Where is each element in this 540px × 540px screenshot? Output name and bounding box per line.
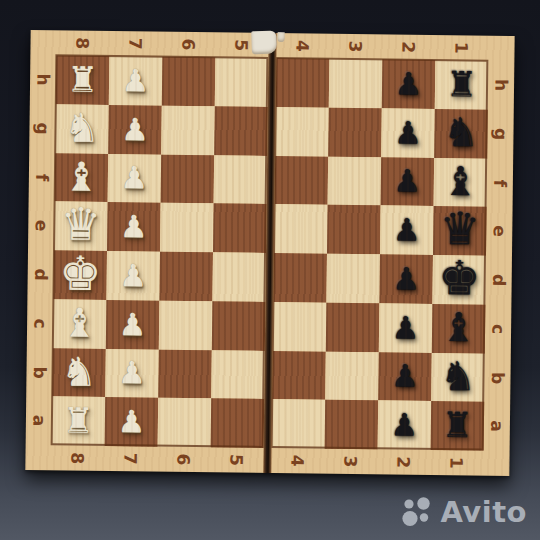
square-e4 — [274, 204, 328, 253]
file-label-right-h: h — [477, 72, 526, 99]
square-b4 — [272, 351, 326, 400]
file-label-left-a: a — [14, 408, 63, 435]
listing-photo: 8877665544332211hhggffeeddccbbaa♜♟♟♜♞♟♟♞… — [0, 0, 540, 540]
paint-chip — [251, 30, 277, 54]
avito-dots-logo — [402, 497, 433, 528]
chess-board: 8877665544332211hhggffeeddccbbaa♜♟♟♜♞♟♟♞… — [25, 30, 514, 476]
rank-label-bottom-8: 8 — [65, 432, 91, 485]
square-b5 — [211, 350, 265, 399]
square-d2: ♟ — [379, 254, 433, 303]
square-b3 — [325, 351, 379, 400]
file-label-left-h: h — [19, 66, 68, 93]
rank-label-bottom-7: 7 — [118, 432, 144, 485]
square-b6 — [158, 349, 212, 398]
white-pawn: ♟ — [105, 349, 159, 398]
square-c7: ♟ — [106, 300, 160, 349]
file-label-right-e: e — [475, 218, 524, 245]
rank-label-top-3: 3 — [343, 20, 369, 73]
rank-label-top-1: 1 — [449, 21, 475, 74]
square-f2: ♟ — [381, 157, 435, 206]
square-e7: ♟ — [107, 202, 161, 251]
black-pawn: ♟ — [380, 206, 434, 255]
rank-label-top-4: 4 — [290, 19, 316, 72]
square-c4 — [273, 302, 327, 351]
file-label-right-b: b — [473, 364, 522, 391]
file-label-left-c: c — [16, 310, 65, 337]
rank-label-bottom-4: 4 — [285, 434, 311, 487]
square-f3 — [328, 156, 382, 205]
square-b2: ♟ — [378, 352, 432, 401]
white-pawn: ♟ — [107, 202, 161, 251]
black-pawn: ♟ — [378, 352, 432, 401]
file-label-left-b: b — [15, 359, 64, 386]
rank-label-top-6: 6 — [176, 18, 202, 71]
square-f4 — [275, 156, 329, 205]
square-d7: ♟ — [106, 251, 160, 300]
square-f5 — [214, 155, 268, 204]
file-label-left-d: d — [16, 261, 65, 288]
black-pawn: ♟ — [381, 108, 435, 157]
black-pawn: ♟ — [381, 157, 435, 206]
watermark-text: Avito — [440, 495, 527, 529]
square-d4 — [273, 253, 327, 302]
square-f6 — [161, 154, 215, 203]
black-pawn: ♟ — [379, 254, 433, 303]
white-pawn: ♟ — [106, 300, 160, 349]
rank-label-bottom-6: 6 — [171, 433, 197, 486]
square-e3 — [327, 205, 381, 254]
file-label-right-g: g — [476, 121, 525, 148]
square-d6 — [159, 252, 213, 301]
square-g6 — [161, 105, 215, 154]
avito-watermark: Avito — [402, 495, 527, 529]
rank-label-top-2: 2 — [396, 21, 422, 74]
rank-label-bottom-1: 1 — [444, 436, 470, 489]
square-b7: ♟ — [105, 349, 159, 398]
square-g2: ♟ — [381, 108, 435, 157]
square-e5 — [213, 204, 267, 253]
square-e6 — [160, 203, 214, 252]
file-label-right-f: f — [475, 169, 524, 196]
black-pawn: ♟ — [379, 303, 433, 352]
square-c2: ♟ — [379, 303, 433, 352]
file-label-left-f: f — [17, 164, 66, 191]
rank-label-bottom-3: 3 — [338, 435, 364, 488]
rank-label-top-7: 7 — [123, 17, 149, 70]
square-g4 — [275, 107, 329, 156]
white-pawn: ♟ — [108, 105, 162, 154]
rank-label-bottom-5: 5 — [224, 433, 250, 486]
file-label-left-e: e — [17, 213, 66, 240]
square-c6 — [159, 300, 213, 349]
square-c3 — [326, 302, 380, 351]
file-label-right-a: a — [472, 413, 521, 440]
rank-label-bottom-2: 2 — [391, 436, 417, 489]
square-d3 — [326, 254, 380, 303]
square-d5 — [212, 252, 266, 301]
square-f7: ♟ — [108, 154, 162, 203]
file-label-right-c: c — [474, 316, 523, 343]
white-pawn: ♟ — [106, 251, 160, 300]
square-g5 — [214, 106, 268, 155]
file-label-left-g: g — [18, 115, 67, 142]
white-pawn: ♟ — [108, 154, 162, 203]
square-g7: ♟ — [108, 105, 162, 154]
square-c5 — [212, 301, 266, 350]
square-g3 — [328, 107, 382, 156]
paint-chip-fragment — [278, 32, 285, 42]
file-label-right-d: d — [474, 267, 523, 294]
rank-label-top-8: 8 — [70, 17, 96, 70]
square-e2: ♟ — [380, 206, 434, 255]
